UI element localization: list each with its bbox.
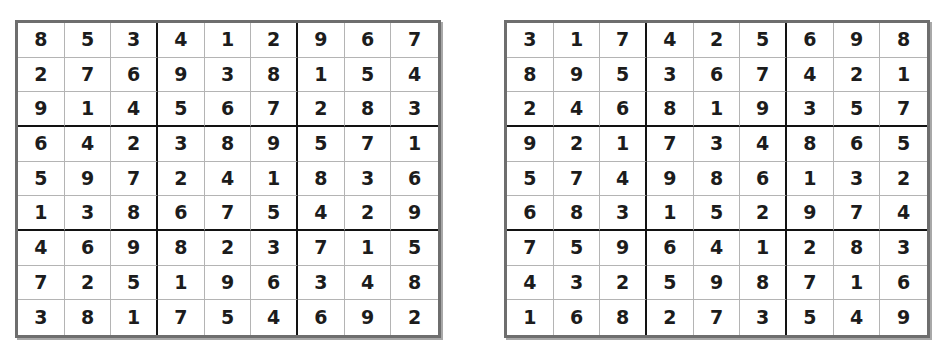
sudoku-cell: 1 — [554, 23, 601, 58]
sudoku-cell: 1 — [600, 127, 647, 162]
sudoku-cell: 2 — [694, 23, 741, 58]
sudoku-cell: 7 — [345, 127, 392, 162]
sudoku-cell: 6 — [345, 23, 392, 58]
sudoku-cell: 7 — [600, 23, 647, 58]
sudoku-cell: 7 — [111, 162, 158, 197]
sudoku-cell: 4 — [507, 266, 554, 301]
sudoku-cell: 5 — [647, 266, 694, 301]
sudoku-cell: 8 — [18, 23, 65, 58]
sudoku-cell: 5 — [298, 127, 345, 162]
sudoku-cell: 1 — [111, 300, 158, 335]
sudoku-cell: 4 — [647, 23, 694, 58]
sudoku-cell: 2 — [554, 127, 601, 162]
sudoku-cell: 7 — [65, 58, 112, 93]
sudoku-cell: 1 — [65, 92, 112, 127]
sudoku-cell: 3 — [600, 196, 647, 231]
sudoku-cell: 8 — [554, 196, 601, 231]
sudoku-cell: 6 — [600, 92, 647, 127]
sudoku-cell: 2 — [647, 300, 694, 335]
sudoku-cell: 5 — [65, 23, 112, 58]
sudoku-cell: 3 — [298, 266, 345, 301]
sudoku-cell: 4 — [65, 127, 112, 162]
sudoku-cell: 5 — [600, 58, 647, 93]
sudoku-cell: 2 — [787, 231, 834, 266]
sudoku-cell: 3 — [507, 23, 554, 58]
sudoku-cell: 4 — [345, 266, 392, 301]
sudoku-cell: 2 — [18, 58, 65, 93]
sudoku-cell: 8 — [787, 127, 834, 162]
sudoku-cell: 6 — [205, 92, 252, 127]
sudoku-cell: 7 — [740, 58, 787, 93]
sudoku-board-right: 3174256988953674212468193579217348655749… — [504, 20, 930, 338]
sudoku-cell: 5 — [18, 162, 65, 197]
sudoku-cell: 1 — [205, 23, 252, 58]
sudoku-cell: 4 — [740, 127, 787, 162]
sudoku-cell: 2 — [65, 266, 112, 301]
sudoku-cell: 5 — [740, 23, 787, 58]
sudoku-cell: 1 — [298, 58, 345, 93]
sudoku-cell: 1 — [694, 92, 741, 127]
sudoku-cell: 2 — [880, 162, 927, 197]
sudoku-board-left: 8534129672769381549145672836423895715972… — [15, 20, 441, 338]
sudoku-cell: 8 — [600, 300, 647, 335]
sudoku-cell: 4 — [694, 231, 741, 266]
sudoku-cell: 4 — [298, 196, 345, 231]
sudoku-cell: 2 — [345, 196, 392, 231]
sudoku-cell: 4 — [554, 92, 601, 127]
sudoku-cell: 4 — [787, 58, 834, 93]
sudoku-cell: 3 — [65, 196, 112, 231]
sudoku-cell: 9 — [507, 127, 554, 162]
sudoku-cell: 5 — [834, 92, 881, 127]
sudoku-cell: 1 — [507, 300, 554, 335]
sudoku-cell: 9 — [158, 58, 205, 93]
sudoku-cell: 8 — [647, 92, 694, 127]
sudoku-cell: 4 — [205, 162, 252, 197]
sudoku-cell: 6 — [880, 266, 927, 301]
sudoku-cell: 6 — [647, 231, 694, 266]
sudoku-cell: 2 — [391, 300, 438, 335]
sudoku-cell: 6 — [391, 162, 438, 197]
sudoku-cell: 4 — [158, 23, 205, 58]
sudoku-cell: 6 — [18, 127, 65, 162]
sudoku-cell: 1 — [787, 162, 834, 197]
sudoku-cell: 1 — [251, 162, 298, 197]
sudoku-cell: 4 — [834, 300, 881, 335]
sudoku-cell: 8 — [694, 162, 741, 197]
sudoku-cell: 4 — [880, 196, 927, 231]
sudoku-cell: 9 — [391, 196, 438, 231]
sudoku-solutions-page: 8534129672769381549145672836423895715972… — [0, 0, 945, 355]
sudoku-cell: 9 — [205, 266, 252, 301]
sudoku-cell: 9 — [65, 162, 112, 197]
sudoku-cell: 7 — [647, 127, 694, 162]
sudoku-cell: 6 — [65, 231, 112, 266]
sudoku-cell: 3 — [647, 58, 694, 93]
sudoku-cell: 2 — [111, 127, 158, 162]
sudoku-cell: 9 — [345, 300, 392, 335]
sudoku-cell: 3 — [694, 127, 741, 162]
sudoku-cell: 7 — [391, 23, 438, 58]
sudoku-cell: 9 — [740, 92, 787, 127]
sudoku-cell: 3 — [834, 162, 881, 197]
sudoku-cell: 6 — [298, 300, 345, 335]
sudoku-cell: 4 — [251, 300, 298, 335]
sudoku-cell: 7 — [694, 300, 741, 335]
sudoku-cell: 9 — [554, 58, 601, 93]
sudoku-cell: 5 — [345, 58, 392, 93]
sudoku-cell: 1 — [391, 127, 438, 162]
sudoku-cell: 1 — [18, 196, 65, 231]
sudoku-cell: 2 — [158, 162, 205, 197]
sudoku-cell: 3 — [554, 266, 601, 301]
sudoku-cell: 3 — [391, 92, 438, 127]
sudoku-cell: 3 — [251, 231, 298, 266]
sudoku-cell: 7 — [158, 300, 205, 335]
sudoku-cell: 8 — [205, 127, 252, 162]
sudoku-cell: 1 — [834, 266, 881, 301]
sudoku-cell: 6 — [554, 300, 601, 335]
sudoku-cell: 7 — [298, 231, 345, 266]
sudoku-cell: 7 — [834, 196, 881, 231]
sudoku-cell: 1 — [647, 196, 694, 231]
sudoku-cell: 3 — [345, 162, 392, 197]
sudoku-cell: 7 — [18, 266, 65, 301]
sudoku-cell: 3 — [880, 231, 927, 266]
sudoku-cell: 8 — [158, 231, 205, 266]
sudoku-cell: 8 — [834, 231, 881, 266]
sudoku-cell: 8 — [251, 58, 298, 93]
sudoku-cell: 6 — [111, 58, 158, 93]
sudoku-cell: 8 — [298, 162, 345, 197]
sudoku-cell: 2 — [834, 58, 881, 93]
sudoku-cell: 1 — [158, 266, 205, 301]
sudoku-cell: 9 — [647, 162, 694, 197]
sudoku-cell: 1 — [880, 58, 927, 93]
sudoku-cell: 5 — [507, 162, 554, 197]
sudoku-cell: 3 — [787, 92, 834, 127]
sudoku-cell: 7 — [205, 196, 252, 231]
sudoku-cell: 5 — [880, 127, 927, 162]
sudoku-cell: 3 — [18, 300, 65, 335]
sudoku-cell: 9 — [787, 196, 834, 231]
sudoku-cell: 5 — [787, 300, 834, 335]
sudoku-cell: 9 — [694, 266, 741, 301]
sudoku-cell: 3 — [740, 300, 787, 335]
sudoku-cell: 9 — [880, 300, 927, 335]
sudoku-cell: 2 — [507, 92, 554, 127]
sudoku-cell: 7 — [554, 162, 601, 197]
sudoku-cell: 5 — [158, 92, 205, 127]
sudoku-cell: 5 — [694, 196, 741, 231]
sudoku-cell: 8 — [880, 23, 927, 58]
sudoku-cell: 2 — [205, 231, 252, 266]
sudoku-cell: 9 — [251, 127, 298, 162]
sudoku-cell: 9 — [18, 92, 65, 127]
sudoku-cell: 6 — [158, 196, 205, 231]
sudoku-cell: 6 — [834, 127, 881, 162]
sudoku-cell: 7 — [787, 266, 834, 301]
sudoku-cell: 5 — [391, 231, 438, 266]
sudoku-cell: 5 — [251, 196, 298, 231]
sudoku-cell: 3 — [158, 127, 205, 162]
sudoku-cell: 8 — [507, 58, 554, 93]
sudoku-cell: 4 — [600, 162, 647, 197]
sudoku-cell: 8 — [65, 300, 112, 335]
sudoku-cell: 9 — [111, 231, 158, 266]
sudoku-cell: 2 — [600, 266, 647, 301]
sudoku-cell: 4 — [18, 231, 65, 266]
sudoku-cell: 6 — [740, 162, 787, 197]
sudoku-cell: 5 — [205, 300, 252, 335]
sudoku-cell: 6 — [694, 58, 741, 93]
sudoku-cell: 4 — [391, 58, 438, 93]
sudoku-cell: 5 — [111, 266, 158, 301]
sudoku-cell: 1 — [740, 231, 787, 266]
sudoku-cell: 7 — [880, 92, 927, 127]
sudoku-cell: 3 — [205, 58, 252, 93]
sudoku-cell: 8 — [740, 266, 787, 301]
sudoku-cell: 7 — [251, 92, 298, 127]
sudoku-cell: 9 — [834, 23, 881, 58]
sudoku-cell: 6 — [251, 266, 298, 301]
sudoku-cell: 9 — [600, 231, 647, 266]
sudoku-cell: 8 — [111, 196, 158, 231]
sudoku-cell: 4 — [111, 92, 158, 127]
sudoku-cell: 1 — [345, 231, 392, 266]
sudoku-cell: 2 — [740, 196, 787, 231]
sudoku-cell: 2 — [298, 92, 345, 127]
sudoku-cell: 5 — [554, 231, 601, 266]
sudoku-cell: 6 — [507, 196, 554, 231]
sudoku-cell: 9 — [298, 23, 345, 58]
sudoku-cell: 8 — [345, 92, 392, 127]
sudoku-cell: 2 — [251, 23, 298, 58]
sudoku-cell: 8 — [391, 266, 438, 301]
sudoku-cell: 3 — [111, 23, 158, 58]
sudoku-cell: 6 — [787, 23, 834, 58]
sudoku-cell: 7 — [507, 231, 554, 266]
